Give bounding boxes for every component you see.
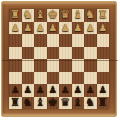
white-bishop-piece[interactable]: ♝: [35, 9, 45, 21]
square-r4c5[interactable]: [59, 47, 72, 60]
black-pawn-piece[interactable]: ♟: [23, 84, 32, 96]
white-pawn-piece[interactable]: ♟: [11, 21, 20, 33]
square-r3c6[interactable]: [72, 34, 85, 47]
white-knight-piece[interactable]: ♞: [23, 9, 33, 21]
square-r4c3[interactable]: [34, 47, 47, 60]
photo-background: ♜♞♝♚♛♝♞♜♟♟♟♟♟♟♟♟♟♟♟♟♟♟♟♟♜♞♝♚♛♝♞♜: [0, 0, 120, 120]
square-r8c7[interactable]: ♞: [84, 97, 97, 110]
square-r3c1[interactable]: [9, 34, 22, 47]
white-bishop-piece[interactable]: ♝: [73, 9, 83, 21]
square-r4c1[interactable]: [9, 47, 22, 60]
square-r3c3[interactable]: [34, 34, 47, 47]
square-r6c7[interactable]: [84, 72, 97, 85]
square-r2c8[interactable]: ♟: [97, 22, 110, 35]
white-queen-piece[interactable]: ♛: [60, 9, 70, 21]
square-r4c4[interactable]: [47, 47, 60, 60]
square-r1c2[interactable]: ♞: [22, 9, 35, 22]
square-r4c6[interactable]: [72, 47, 85, 60]
white-king-piece[interactable]: ♚: [48, 9, 58, 21]
square-r2c4[interactable]: ♟: [47, 22, 60, 35]
white-knight-piece[interactable]: ♞: [85, 9, 95, 21]
black-king-piece[interactable]: ♚: [48, 96, 58, 108]
square-r1c1[interactable]: ♜: [9, 9, 22, 22]
square-r6c2[interactable]: [22, 72, 35, 85]
square-r1c8[interactable]: ♜: [97, 9, 110, 22]
black-rook-piece[interactable]: ♜: [98, 96, 108, 108]
square-r8c5[interactable]: ♛: [59, 97, 72, 110]
black-pawn-piece[interactable]: ♟: [48, 84, 57, 96]
square-r2c5[interactable]: ♟: [59, 22, 72, 35]
black-knight-piece[interactable]: ♞: [85, 96, 95, 108]
square-r2c3[interactable]: ♟: [34, 22, 47, 35]
square-r6c5[interactable]: [59, 72, 72, 85]
square-r8c2[interactable]: ♞: [22, 97, 35, 110]
square-r4c7[interactable]: [84, 47, 97, 60]
square-r8c6[interactable]: ♝: [72, 97, 85, 110]
square-r1c5[interactable]: ♛: [59, 9, 72, 22]
square-r6c6[interactable]: [72, 72, 85, 85]
square-r3c5[interactable]: [59, 34, 72, 47]
black-rook-piece[interactable]: ♜: [10, 96, 20, 108]
square-r3c2[interactable]: [22, 34, 35, 47]
white-pawn-piece[interactable]: ♟: [36, 21, 45, 33]
black-pawn-piece[interactable]: ♟: [86, 84, 95, 96]
square-r8c8[interactable]: ♜: [97, 97, 110, 110]
white-pawn-piece[interactable]: ♟: [61, 21, 70, 33]
chess-board: ♜♞♝♚♛♝♞♜♟♟♟♟♟♟♟♟♟♟♟♟♟♟♟♟♜♞♝♚♛♝♞♜: [9, 9, 109, 109]
black-queen-piece[interactable]: ♛: [60, 96, 70, 108]
white-pawn-piece[interactable]: ♟: [23, 21, 32, 33]
square-r8c4[interactable]: ♚: [47, 97, 60, 110]
square-r8c1[interactable]: ♜: [9, 97, 22, 110]
square-r8c3[interactable]: ♝: [34, 97, 47, 110]
black-bishop-piece[interactable]: ♝: [35, 96, 45, 108]
white-rook-piece[interactable]: ♜: [10, 9, 20, 21]
board-frame: ♜♞♝♚♛♝♞♜♟♟♟♟♟♟♟♟♟♟♟♟♟♟♟♟♜♞♝♚♛♝♞♜: [1, 1, 117, 117]
black-knight-piece[interactable]: ♞: [23, 96, 33, 108]
square-r4c2[interactable]: [22, 47, 35, 60]
black-pawn-piece[interactable]: ♟: [61, 84, 70, 96]
board-hinge-seam: [2, 60, 118, 61]
square-r1c7[interactable]: ♞: [84, 9, 97, 22]
square-r3c4[interactable]: [47, 34, 60, 47]
black-bishop-piece[interactable]: ♝: [73, 96, 83, 108]
square-r1c4[interactable]: ♚: [47, 9, 60, 22]
square-r6c4[interactable]: [47, 72, 60, 85]
square-r3c7[interactable]: [84, 34, 97, 47]
square-r2c7[interactable]: ♟: [84, 22, 97, 35]
black-pawn-piece[interactable]: ♟: [73, 84, 82, 96]
square-r3c8[interactable]: [97, 34, 110, 47]
white-pawn-piece[interactable]: ♟: [98, 21, 107, 33]
white-pawn-piece[interactable]: ♟: [73, 21, 82, 33]
square-r6c8[interactable]: [97, 72, 110, 85]
black-pawn-piece[interactable]: ♟: [11, 84, 20, 96]
square-r6c1[interactable]: [9, 72, 22, 85]
white-pawn-piece[interactable]: ♟: [86, 21, 95, 33]
square-r2c2[interactable]: ♟: [22, 22, 35, 35]
square-r2c6[interactable]: ♟: [72, 22, 85, 35]
square-r2c1[interactable]: ♟: [9, 22, 22, 35]
square-r1c6[interactable]: ♝: [72, 9, 85, 22]
white-pawn-piece[interactable]: ♟: [48, 21, 57, 33]
white-rook-piece[interactable]: ♜: [98, 9, 108, 21]
square-r4c8[interactable]: [97, 47, 110, 60]
square-r1c3[interactable]: ♝: [34, 9, 47, 22]
black-pawn-piece[interactable]: ♟: [36, 84, 45, 96]
square-r6c3[interactable]: [34, 72, 47, 85]
black-pawn-piece[interactable]: ♟: [98, 84, 107, 96]
